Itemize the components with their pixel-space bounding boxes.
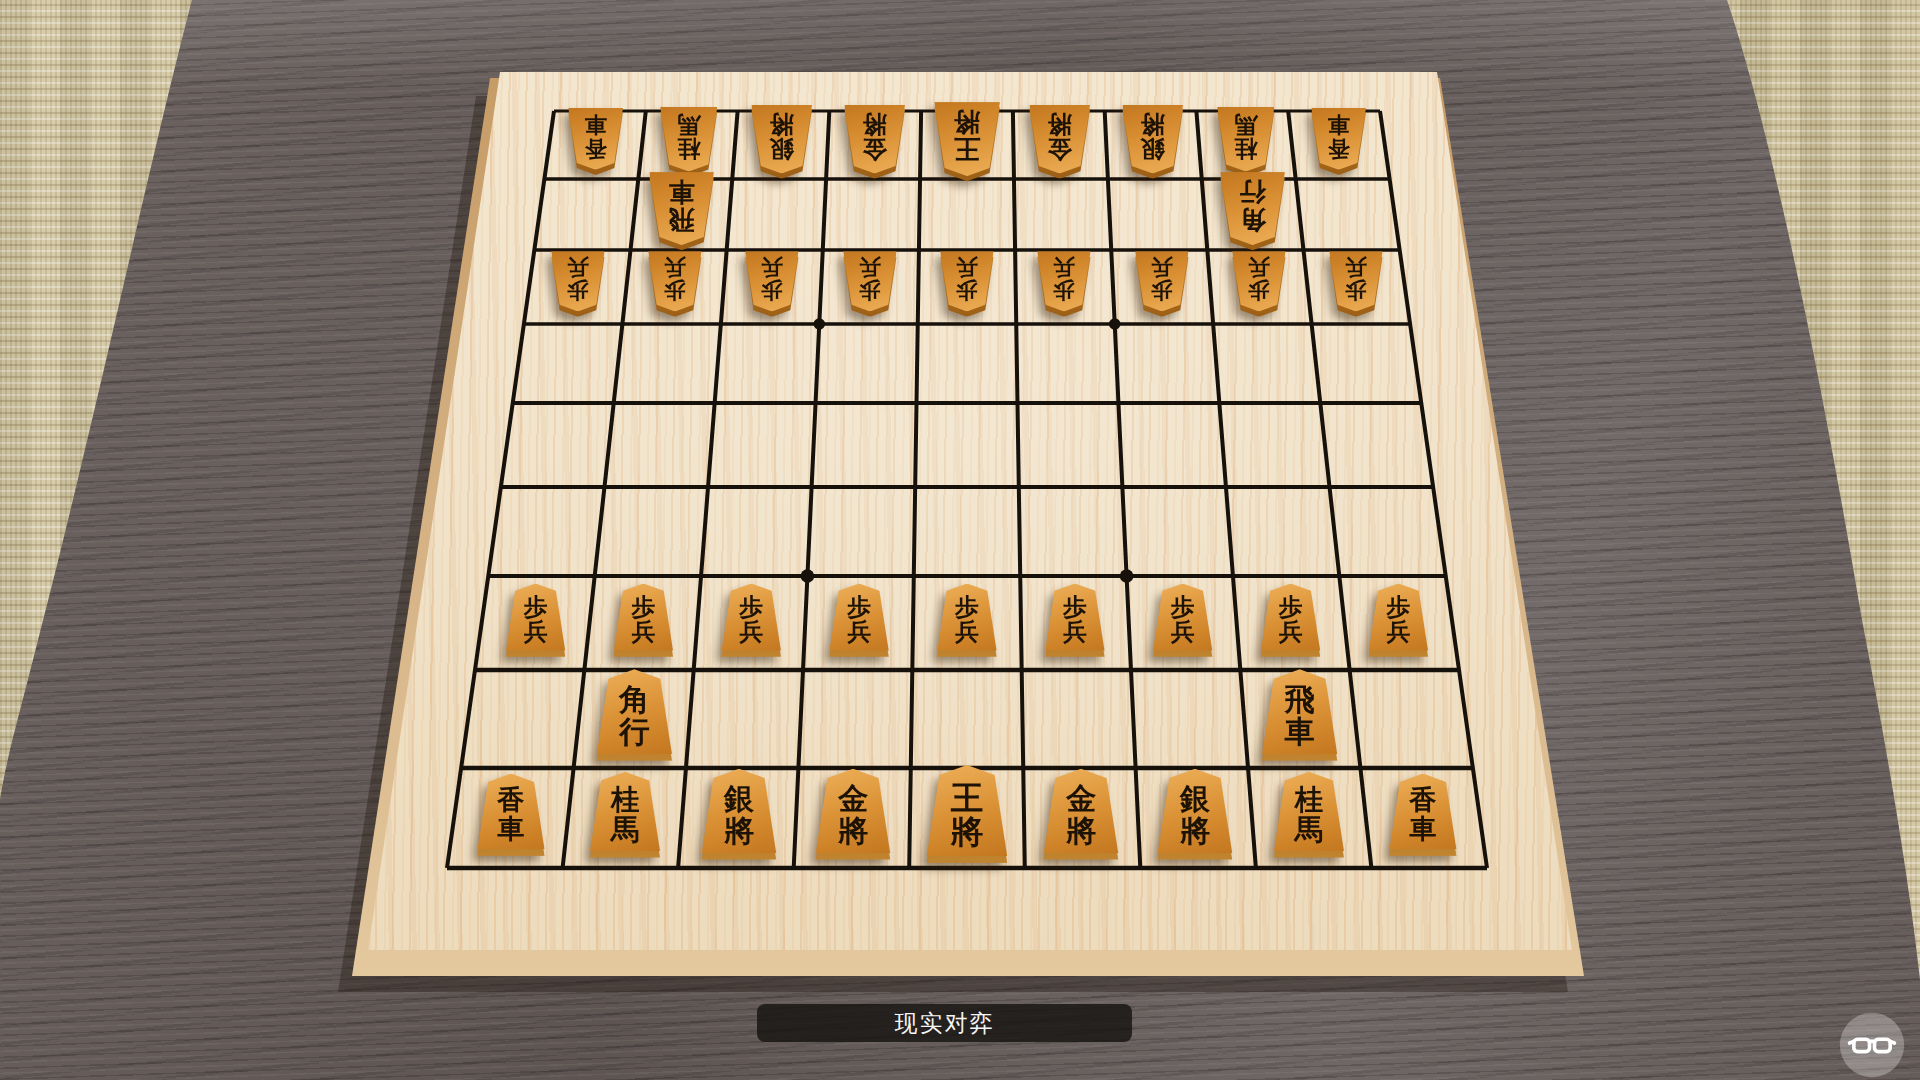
piece-face: 歩兵 — [614, 584, 674, 651]
piece-face: 角行 — [596, 669, 672, 754]
piece-pawn-gote-r3c6[interactable]: 歩兵 — [1037, 251, 1091, 317]
piece-pawn-gote-r3c8[interactable]: 歩兵 — [1232, 251, 1286, 317]
piece-pawn-gote-r3c5[interactable]: 歩兵 — [940, 251, 994, 317]
piece-face: 歩兵 — [1045, 584, 1105, 651]
piece-face: 歩兵 — [937, 584, 997, 651]
piece-king-gote-r1c5[interactable]: 王將 — [934, 102, 1000, 181]
piece-pawn-sente-r7c9[interactable]: 歩兵 — [1369, 584, 1429, 657]
piece-rook-sente-r8c8[interactable]: 飛車 — [1262, 669, 1338, 761]
piece-pawn-sente-r7c1[interactable]: 歩兵 — [506, 584, 566, 657]
piece-pawn-gote-r3c1[interactable]: 歩兵 — [551, 251, 605, 317]
piece-pawn-gote-r3c4[interactable]: 歩兵 — [843, 251, 897, 317]
piece-pawn-sente-r7c8[interactable]: 歩兵 — [1261, 584, 1321, 657]
piece-knight-gote-r1c8[interactable]: 桂馬 — [1217, 107, 1275, 177]
piece-silver-sente-r9c7[interactable]: 銀將 — [1157, 769, 1232, 860]
app-screen: 香車桂馬銀將金將王將金將銀將桂馬香車飛車角行歩兵歩兵歩兵歩兵歩兵歩兵歩兵歩兵歩兵… — [0, 0, 1920, 1080]
piece-knight-sente-r9c8[interactable]: 桂馬 — [1274, 772, 1345, 858]
piece-face: 桂馬 — [590, 772, 661, 851]
glasses-button-circle — [1840, 1013, 1904, 1077]
piece-lance-gote-r1c1[interactable]: 香車 — [568, 108, 623, 175]
piece-pawn-sente-r7c4[interactable]: 歩兵 — [829, 584, 889, 657]
piece-silver-gote-r1c7[interactable]: 銀將 — [1122, 105, 1183, 179]
piece-pawn-gote-r3c9[interactable]: 歩兵 — [1329, 251, 1383, 317]
piece-lance-sente-r9c1[interactable]: 香車 — [477, 774, 545, 857]
piece-silver-gote-r1c3[interactable]: 銀將 — [751, 105, 812, 179]
piece-face: 銀將 — [701, 769, 776, 853]
piece-gold-sente-r9c6[interactable]: 金將 — [1043, 769, 1118, 860]
piece-face: 桂馬 — [1274, 772, 1345, 851]
piece-face: 金將 — [815, 769, 890, 853]
piece-knight-sente-r9c2[interactable]: 桂馬 — [590, 772, 661, 858]
pieces-layer: 香車桂馬銀將金將王將金將銀將桂馬香車飛車角行歩兵歩兵歩兵歩兵歩兵歩兵歩兵歩兵歩兵… — [0, 0, 1920, 1080]
piece-lance-sente-r9c9[interactable]: 香車 — [1389, 774, 1457, 857]
piece-face: 歩兵 — [1369, 584, 1429, 651]
piece-pawn-sente-r7c6[interactable]: 歩兵 — [1045, 584, 1105, 657]
piece-face: 香車 — [1389, 774, 1457, 850]
piece-face: 金將 — [1043, 769, 1118, 853]
piece-face: 飛車 — [1262, 669, 1338, 754]
piece-face: 銀將 — [1157, 769, 1232, 853]
piece-knight-gote-r1c2[interactable]: 桂馬 — [660, 107, 718, 177]
piece-pawn-gote-r3c3[interactable]: 歩兵 — [745, 251, 799, 317]
mode-label-pill[interactable]: 现实对弈 — [757, 1004, 1132, 1042]
piece-face: 香車 — [477, 774, 545, 850]
piece-pawn-sente-r7c5[interactable]: 歩兵 — [937, 584, 997, 657]
piece-pawn-sente-r7c7[interactable]: 歩兵 — [1153, 584, 1213, 657]
piece-silver-sente-r9c3[interactable]: 銀將 — [701, 769, 776, 860]
piece-bishop-gote-r2c8[interactable]: 角行 — [1220, 172, 1285, 250]
piece-pawn-sente-r7c2[interactable]: 歩兵 — [614, 584, 674, 657]
piece-face: 歩兵 — [721, 584, 781, 651]
glasses-button[interactable] — [1839, 1012, 1905, 1078]
piece-face: 歩兵 — [1153, 584, 1213, 651]
piece-pawn-gote-r3c2[interactable]: 歩兵 — [648, 251, 702, 317]
piece-pawn-sente-r7c3[interactable]: 歩兵 — [721, 584, 781, 657]
piece-lance-gote-r1c9[interactable]: 香車 — [1311, 108, 1366, 175]
piece-king-sente-r9c5[interactable]: 王將 — [926, 765, 1007, 863]
piece-pawn-gote-r3c7[interactable]: 歩兵 — [1135, 251, 1189, 317]
piece-face: 歩兵 — [506, 584, 566, 651]
piece-gold-gote-r1c6[interactable]: 金將 — [1029, 105, 1090, 179]
piece-face: 王將 — [926, 765, 1007, 856]
piece-bishop-sente-r8c2[interactable]: 角行 — [596, 669, 672, 761]
piece-face: 歩兵 — [829, 584, 889, 651]
piece-gold-gote-r1c4[interactable]: 金將 — [844, 105, 905, 179]
piece-gold-sente-r9c4[interactable]: 金將 — [815, 769, 890, 860]
piece-face: 歩兵 — [1261, 584, 1321, 651]
piece-rook-gote-r2c2[interactable]: 飛車 — [649, 172, 714, 250]
mode-label: 现实对弈 — [895, 1008, 995, 1039]
